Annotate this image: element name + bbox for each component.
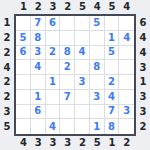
clue-left-7: 3 — [0, 105, 14, 120]
cell-r6c2[interactable]: 1 — [31, 90, 46, 105]
cell-r6c1[interactable] — [16, 90, 31, 105]
cell-r8c5[interactable] — [75, 119, 90, 134]
cell-r6c8[interactable] — [119, 90, 134, 105]
cell-r8c2[interactable] — [31, 119, 46, 134]
clues-right: 64431332 — [136, 16, 150, 134]
cell-r1c2[interactable]: 7 — [31, 16, 46, 31]
cell-r5c5[interactable]: 3 — [75, 75, 90, 90]
cell-r3c2[interactable]: 3 — [31, 46, 46, 61]
cell-r6c4[interactable]: 7 — [60, 90, 75, 105]
clue-top-3: 3 — [46, 0, 61, 14]
cell-r2c2[interactable]: 8 — [31, 31, 46, 46]
clues-bottom: 43332512 — [16, 136, 134, 150]
cell-r3c7[interactable]: 5 — [105, 46, 120, 61]
cell-r6c5[interactable] — [75, 90, 90, 105]
cell-r7c8[interactable]: 3 — [119, 105, 134, 120]
clue-right-7: 3 — [136, 105, 150, 120]
cell-r4c5[interactable] — [75, 60, 90, 75]
cell-r4c4[interactable]: 2 — [60, 60, 75, 75]
clue-right-3: 4 — [136, 46, 150, 61]
cell-r5c1[interactable] — [16, 75, 31, 90]
cell-r5c2[interactable] — [31, 75, 46, 90]
cell-r2c3[interactable] — [46, 31, 61, 46]
clue-right-8: 2 — [136, 119, 150, 134]
clue-left-5: 2 — [0, 75, 14, 90]
cell-r3c6[interactable] — [90, 46, 105, 61]
cell-r2c5[interactable] — [75, 31, 90, 46]
cell-r1c3[interactable]: 6 — [46, 16, 61, 31]
clue-left-6: 2 — [0, 90, 14, 105]
cell-r1c1[interactable] — [16, 16, 31, 31]
cell-r6c7[interactable]: 4 — [105, 90, 120, 105]
cell-r7c4[interactable] — [60, 105, 75, 120]
cell-r2c7[interactable]: 1 — [105, 31, 120, 46]
cell-r8c3[interactable]: 4 — [46, 119, 61, 134]
cell-r4c7[interactable] — [105, 60, 120, 75]
cell-r4c6[interactable]: 8 — [90, 60, 105, 75]
clue-bottom-6: 5 — [90, 136, 105, 150]
clue-left-3: 2 — [0, 46, 14, 61]
cell-r3c8[interactable] — [119, 46, 134, 61]
cell-r8c6[interactable]: 1 — [90, 119, 105, 134]
cell-r3c3[interactable]: 2 — [46, 46, 61, 61]
clue-top-2: 2 — [31, 0, 46, 14]
clue-right-1: 6 — [136, 16, 150, 31]
cell-r4c3[interactable] — [46, 60, 61, 75]
clue-left-2: 2 — [0, 31, 14, 46]
cell-r7c6[interactable] — [90, 105, 105, 120]
clue-top-7: 5 — [105, 0, 120, 14]
cell-r3c5[interactable]: 4 — [75, 46, 90, 61]
cell-r8c4[interactable] — [60, 119, 75, 134]
cell-r3c1[interactable]: 6 — [16, 46, 31, 61]
clue-right-5: 1 — [136, 75, 150, 90]
cell-r1c6[interactable]: 5 — [90, 16, 105, 31]
clue-right-6: 3 — [136, 90, 150, 105]
clue-bottom-8: 2 — [119, 136, 134, 150]
cell-r4c1[interactable] — [16, 60, 31, 75]
cell-r6c6[interactable]: 3 — [90, 90, 105, 105]
cell-r8c8[interactable] — [119, 119, 134, 134]
clue-right-4: 3 — [136, 60, 150, 75]
cell-r8c1[interactable] — [16, 119, 31, 134]
cell-r7c1[interactable] — [16, 105, 31, 120]
clue-top-5: 5 — [75, 0, 90, 14]
skyscrapers-puzzle: 12325454 12242235 64431332 43332512 7655… — [0, 0, 150, 150]
cell-r2c6[interactable] — [90, 31, 105, 46]
cell-r1c8[interactable] — [119, 16, 134, 31]
clue-right-2: 4 — [136, 31, 150, 46]
cell-r8c7[interactable]: 8 — [105, 119, 120, 134]
clue-top-6: 4 — [90, 0, 105, 14]
cell-r2c1[interactable]: 5 — [16, 31, 31, 46]
clue-left-1: 1 — [0, 16, 14, 31]
cell-r5c7[interactable]: 2 — [105, 75, 120, 90]
cell-r2c4[interactable] — [60, 31, 75, 46]
cell-r5c8[interactable] — [119, 75, 134, 90]
cell-r3c4[interactable]: 8 — [60, 46, 75, 61]
cell-r4c2[interactable]: 4 — [31, 60, 46, 75]
cell-r1c4[interactable] — [60, 16, 75, 31]
clues-left: 12242235 — [0, 16, 14, 134]
cell-r1c7[interactable] — [105, 16, 120, 31]
cell-r5c3[interactable]: 1 — [46, 75, 61, 90]
clue-top-4: 2 — [60, 0, 75, 14]
clue-bottom-4: 3 — [60, 136, 75, 150]
cell-r5c4[interactable] — [60, 75, 75, 90]
clue-top-1: 1 — [16, 0, 31, 14]
cell-r5c6[interactable] — [90, 75, 105, 90]
clue-top-8: 4 — [119, 0, 134, 14]
clue-left-4: 4 — [0, 60, 14, 75]
cell-r7c2[interactable]: 6 — [31, 105, 46, 120]
cell-r7c7[interactable]: 7 — [105, 105, 120, 120]
clue-bottom-2: 3 — [31, 136, 46, 150]
clue-bottom-1: 4 — [16, 136, 31, 150]
cell-r7c3[interactable] — [46, 105, 61, 120]
clue-bottom-3: 3 — [46, 136, 61, 150]
cell-r4c8[interactable] — [119, 60, 134, 75]
cell-r7c5[interactable] — [75, 105, 90, 120]
clue-bottom-5: 2 — [75, 136, 90, 150]
clue-left-8: 5 — [0, 119, 14, 134]
cell-r2c8[interactable]: 4 — [119, 31, 134, 46]
cell-r1c5[interactable] — [75, 16, 90, 31]
clues-top: 12325454 — [16, 0, 134, 14]
puzzle-board: 76558146328454281321734673418 — [14, 14, 136, 136]
clue-bottom-7: 1 — [105, 136, 120, 150]
cell-r6c3[interactable] — [46, 90, 61, 105]
